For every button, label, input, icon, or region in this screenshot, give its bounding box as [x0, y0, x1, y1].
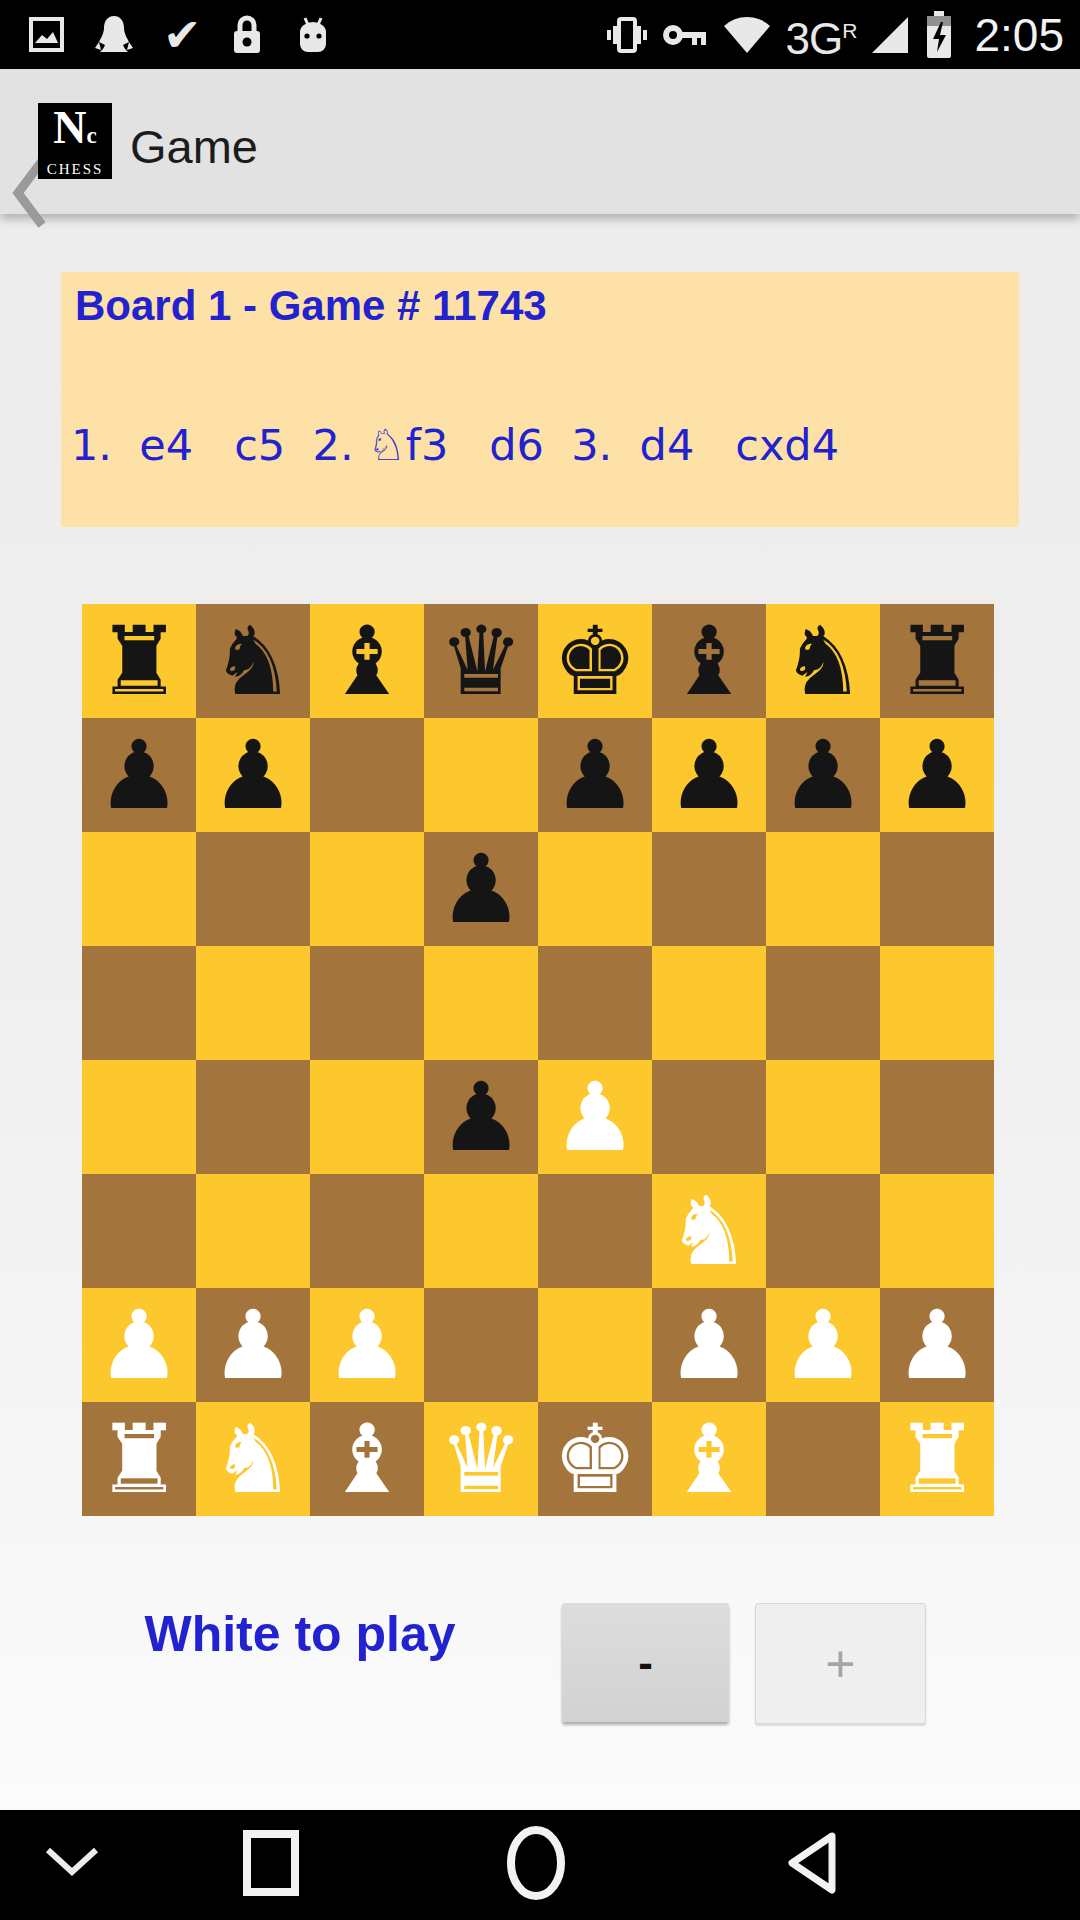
- white-pawn-h2: ♟: [894, 1288, 979, 1402]
- black-rook-h8: ♜: [894, 604, 979, 718]
- black-pawn-d4: ♟: [438, 1060, 523, 1174]
- home-circle-icon[interactable]: [505, 1825, 567, 1905]
- square-f8[interactable]: ♝: [652, 604, 766, 718]
- phone-screen: ✔ 3GR 2:05: [0, 0, 1080, 1920]
- square-f5[interactable]: [652, 946, 766, 1060]
- square-f6[interactable]: [652, 832, 766, 946]
- board-game-number: Board 1 - Game # 11743: [75, 282, 547, 330]
- square-a4[interactable]: [82, 1060, 196, 1174]
- black-knight-b8: ♞: [210, 604, 295, 718]
- square-f2[interactable]: ♟: [652, 1288, 766, 1402]
- battery-charging-icon: [924, 11, 954, 59]
- white-pawn-g2: ♟: [780, 1288, 865, 1402]
- black-bishop-f8: ♝: [666, 604, 751, 718]
- white-pawn-e4: ♟: [552, 1060, 637, 1174]
- white-knight-f3: ♞: [666, 1174, 751, 1288]
- square-g5[interactable]: [766, 946, 880, 1060]
- logo-caption: CHESS: [38, 161, 112, 178]
- white-queen-d1: ♛: [438, 1402, 523, 1516]
- vibrate-icon: [604, 14, 648, 56]
- black-pawn-d6: ♟: [438, 832, 523, 946]
- square-e5[interactable]: [538, 946, 652, 1060]
- square-c4[interactable]: [310, 1060, 424, 1174]
- square-g6[interactable]: [766, 832, 880, 946]
- signal-icon: [870, 15, 910, 55]
- black-rook-a8: ♜: [96, 604, 181, 718]
- square-a2[interactable]: ♟: [82, 1288, 196, 1402]
- square-h1[interactable]: ♜: [880, 1402, 994, 1516]
- lock-icon: [229, 14, 265, 56]
- white-pawn-b2: ♟: [210, 1288, 295, 1402]
- square-c3[interactable]: [310, 1174, 424, 1288]
- square-d8[interactable]: ♛: [424, 604, 538, 718]
- previous-move-button[interactable]: -: [562, 1603, 729, 1722]
- black-pawn-a7: ♟: [96, 718, 181, 832]
- white-pawn-a2: ♟: [96, 1288, 181, 1402]
- white-king-e1: ♚: [552, 1402, 637, 1516]
- square-h5[interactable]: [880, 946, 994, 1060]
- game-info-box: Board 1 - Game # 11743 1. e4 c5 2. ♘f3 d…: [61, 272, 1019, 527]
- checkmark-icon: ✔: [163, 12, 202, 58]
- square-g4[interactable]: [766, 1060, 880, 1174]
- status-bar: ✔ 3GR 2:05: [0, 0, 1080, 69]
- square-d2[interactable]: [424, 1288, 538, 1402]
- square-c2[interactable]: ♟: [310, 1288, 424, 1402]
- square-b6[interactable]: [196, 832, 310, 946]
- app-logo: Nc CHESS: [38, 103, 112, 179]
- white-pawn-f2: ♟: [666, 1288, 751, 1402]
- recents-square-icon[interactable]: [242, 1829, 300, 1901]
- square-e3[interactable]: [538, 1174, 652, 1288]
- android-nav-bar: [0, 1810, 1080, 1920]
- square-e1[interactable]: ♚: [538, 1402, 652, 1516]
- white-rook-a1: ♜: [96, 1402, 181, 1516]
- status-bar-right: 3GR 2:05: [604, 9, 1064, 61]
- white-bishop-c1: ♝: [324, 1402, 409, 1516]
- logo-letter: Nc: [38, 103, 112, 161]
- square-c6[interactable]: [310, 832, 424, 946]
- square-a6[interactable]: [82, 832, 196, 946]
- key-icon: [662, 20, 708, 50]
- back-triangle-icon[interactable]: [783, 1829, 839, 1901]
- black-bishop-c8: ♝: [324, 604, 409, 718]
- square-h7[interactable]: ♟: [880, 718, 994, 832]
- chess-board[interactable]: ♜♞♝♛♚♝♞♜♟♟♟♟♟♟♟♟♟♞♟♟♟♟♟♟♜♞♝♛♚♝♜: [82, 604, 994, 1516]
- white-pawn-c2: ♟: [324, 1288, 409, 1402]
- square-b7[interactable]: ♟: [196, 718, 310, 832]
- square-e6[interactable]: [538, 832, 652, 946]
- square-b4[interactable]: [196, 1060, 310, 1174]
- gallery-icon: [28, 16, 65, 53]
- square-a1[interactable]: ♜: [82, 1402, 196, 1516]
- square-d3[interactable]: [424, 1174, 538, 1288]
- square-f3[interactable]: ♞: [652, 1174, 766, 1288]
- square-h6[interactable]: [880, 832, 994, 946]
- square-f4[interactable]: [652, 1060, 766, 1174]
- app-header: Nc CHESS Game: [0, 69, 1080, 214]
- square-d5[interactable]: [424, 946, 538, 1060]
- square-g7[interactable]: ♟: [766, 718, 880, 832]
- square-f1[interactable]: ♝: [652, 1402, 766, 1516]
- square-d1[interactable]: ♛: [424, 1402, 538, 1516]
- black-pawn-h7: ♟: [894, 718, 979, 832]
- square-e2[interactable]: [538, 1288, 652, 1402]
- page-title: Game: [130, 119, 258, 174]
- black-queen-d8: ♛: [438, 604, 523, 718]
- square-e4[interactable]: ♟: [538, 1060, 652, 1174]
- square-c8[interactable]: ♝: [310, 604, 424, 718]
- black-pawn-e7: ♟: [552, 718, 637, 832]
- square-b5[interactable]: [196, 946, 310, 1060]
- white-bishop-f1: ♝: [666, 1402, 751, 1516]
- square-h3[interactable]: [880, 1174, 994, 1288]
- square-a3[interactable]: [82, 1174, 196, 1288]
- square-a5[interactable]: [82, 946, 196, 1060]
- square-g1[interactable]: [766, 1402, 880, 1516]
- turn-indicator: White to play: [80, 1598, 520, 1670]
- black-pawn-f7: ♟: [666, 718, 751, 832]
- black-knight-g8: ♞: [780, 604, 865, 718]
- square-d7[interactable]: [424, 718, 538, 832]
- move-list: 1. e4 c5 2. ♘f3 d6 3. d4 cxd4: [71, 420, 839, 470]
- network-type-label: 3GR: [786, 9, 857, 61]
- square-a7[interactable]: ♟: [82, 718, 196, 832]
- square-f7[interactable]: ♟: [652, 718, 766, 832]
- black-pawn-b7: ♟: [210, 718, 295, 832]
- square-g2[interactable]: ♟: [766, 1288, 880, 1402]
- square-g3[interactable]: [766, 1174, 880, 1288]
- square-d4[interactable]: ♟: [424, 1060, 538, 1174]
- wifi-icon: [722, 15, 772, 55]
- square-d6[interactable]: ♟: [424, 832, 538, 946]
- black-pawn-g7: ♟: [780, 718, 865, 832]
- chevron-down-icon[interactable]: [40, 1844, 104, 1886]
- square-h8[interactable]: ♜: [880, 604, 994, 718]
- white-knight-b1: ♞: [210, 1402, 295, 1516]
- square-g8[interactable]: ♞: [766, 604, 880, 718]
- clock: 2:05: [974, 12, 1064, 58]
- square-c1[interactable]: ♝: [310, 1402, 424, 1516]
- square-a8[interactable]: ♜: [82, 604, 196, 718]
- square-c5[interactable]: [310, 946, 424, 1060]
- square-h4[interactable]: [880, 1060, 994, 1174]
- square-b8[interactable]: ♞: [196, 604, 310, 718]
- status-bar-left: ✔: [28, 12, 334, 58]
- square-e7[interactable]: ♟: [538, 718, 652, 832]
- qq-penguin-icon: [92, 14, 136, 56]
- square-b3[interactable]: [196, 1174, 310, 1288]
- black-king-e8: ♚: [552, 604, 637, 718]
- robot-icon: [292, 16, 334, 54]
- square-c7[interactable]: [310, 718, 424, 832]
- white-rook-h1: ♜: [894, 1402, 979, 1516]
- square-b1[interactable]: ♞: [196, 1402, 310, 1516]
- square-e8[interactable]: ♚: [538, 604, 652, 718]
- square-h2[interactable]: ♟: [880, 1288, 994, 1402]
- square-b2[interactable]: ♟: [196, 1288, 310, 1402]
- next-move-button[interactable]: +: [755, 1603, 926, 1724]
